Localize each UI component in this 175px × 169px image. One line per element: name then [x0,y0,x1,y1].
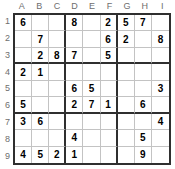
cell-F4[interactable] [101,64,118,80]
col-label-F: F [101,0,119,13]
cell-G4[interactable] [118,64,135,80]
cell-I4[interactable] [152,64,169,80]
cell-A5[interactable] [15,81,32,97]
cell-D6[interactable]: 2 [66,97,83,113]
cell-E2[interactable] [83,31,100,47]
col-label-G: G [118,0,136,13]
row-label-4: 4 [0,64,13,81]
row-label-8: 8 [0,131,13,148]
cell-C8[interactable] [49,130,66,146]
sudoku-layout: ABCDEFGHI 123456789 68257762828752165352… [0,0,175,165]
cell-G7[interactable] [118,114,135,130]
cell-I1[interactable] [152,15,169,31]
cell-A2[interactable] [15,31,32,47]
cell-D8[interactable]: 4 [66,130,83,146]
cell-D9[interactable]: 1 [66,147,83,163]
cell-A3[interactable] [15,48,32,64]
cell-A9[interactable]: 4 [15,147,32,163]
cell-A7[interactable]: 3 [15,114,32,130]
cell-G1[interactable]: 5 [118,15,135,31]
cell-F9[interactable] [101,147,118,163]
row-labels: 123456789 [0,13,13,165]
cell-I5[interactable]: 3 [152,81,169,97]
cell-B2[interactable]: 7 [32,31,49,47]
col-label-A: A [13,0,31,13]
col-label-D: D [66,0,84,13]
row-label-5: 5 [0,81,13,98]
cell-I2[interactable]: 8 [152,31,169,47]
cell-H8[interactable]: 5 [135,130,152,146]
cell-F8[interactable] [101,130,118,146]
cell-H4[interactable] [135,64,152,80]
column-labels: ABCDEFGHI [13,0,171,13]
cell-D1[interactable]: 8 [66,15,83,31]
cell-C6[interactable] [49,97,66,113]
cell-H6[interactable]: 6 [135,97,152,113]
cell-A4[interactable]: 2 [15,64,32,80]
cell-G8[interactable] [118,130,135,146]
cell-B8[interactable] [32,130,49,146]
cell-E7[interactable] [83,114,100,130]
cell-B3[interactable]: 2 [32,48,49,64]
cell-E4[interactable] [83,64,100,80]
cell-F6[interactable]: 1 [101,97,118,113]
cell-D5[interactable]: 6 [66,81,83,97]
cell-B5[interactable] [32,81,49,97]
cell-F3[interactable]: 5 [101,48,118,64]
cell-C3[interactable]: 8 [49,48,66,64]
row-label-1: 1 [0,13,13,30]
cell-F2[interactable]: 6 [101,31,118,47]
sudoku-page: ABCDEFGHI 123456789 68257762828752165352… [0,0,175,169]
row-label-2: 2 [0,30,13,47]
cell-E8[interactable] [83,130,100,146]
cell-G3[interactable] [118,48,135,64]
cell-C9[interactable]: 2 [49,147,66,163]
cell-H2[interactable] [135,31,152,47]
cell-D3[interactable]: 7 [66,48,83,64]
col-label-E: E [83,0,101,13]
cell-I9[interactable] [152,147,169,163]
cell-D4[interactable] [66,64,83,80]
cell-A6[interactable]: 5 [15,97,32,113]
cell-A8[interactable] [15,130,32,146]
cell-I6[interactable] [152,97,169,113]
cell-I3[interactable] [152,48,169,64]
row-label-6: 6 [0,97,13,114]
col-label-B: B [31,0,49,13]
cell-I8[interactable] [152,130,169,146]
cell-C4[interactable] [49,64,66,80]
cell-E1[interactable] [83,15,100,31]
col-label-I: I [153,0,171,13]
col-label-C: C [48,0,66,13]
cell-I7[interactable]: 4 [152,114,169,130]
col-label-H: H [136,0,154,13]
cell-F1[interactable]: 2 [101,15,118,31]
row-label-7: 7 [0,114,13,131]
cell-B6[interactable] [32,97,49,113]
cell-C7[interactable] [49,114,66,130]
cell-G5[interactable] [118,81,135,97]
cell-B4[interactable]: 1 [32,64,49,80]
cell-D7[interactable] [66,114,83,130]
cell-D2[interactable] [66,31,83,47]
cell-E3[interactable] [83,48,100,64]
cell-E6[interactable]: 7 [83,97,100,113]
sudoku-board: 682577628287521653527163644545219 [13,13,171,165]
cell-H7[interactable] [135,114,152,130]
cell-C1[interactable] [49,15,66,31]
row-label-3: 3 [0,47,13,64]
cell-B9[interactable]: 5 [32,147,49,163]
cell-C5[interactable] [49,81,66,97]
row-label-9: 9 [0,148,13,165]
cell-H3[interactable] [135,48,152,64]
cell-G6[interactable] [118,97,135,113]
cell-G9[interactable] [118,147,135,163]
cell-H9[interactable]: 9 [135,147,152,163]
corner-spacer [0,0,13,13]
cell-H1[interactable]: 7 [135,15,152,31]
cell-E5[interactable]: 5 [83,81,100,97]
cell-A1[interactable]: 6 [15,15,32,31]
cell-F7[interactable] [101,114,118,130]
cell-E9[interactable] [83,147,100,163]
cell-F5[interactable] [101,81,118,97]
cell-G2[interactable]: 2 [118,31,135,47]
cell-B1[interactable] [32,15,49,31]
cell-H5[interactable] [135,81,152,97]
cell-B7[interactable]: 6 [32,114,49,130]
cell-C2[interactable] [49,31,66,47]
